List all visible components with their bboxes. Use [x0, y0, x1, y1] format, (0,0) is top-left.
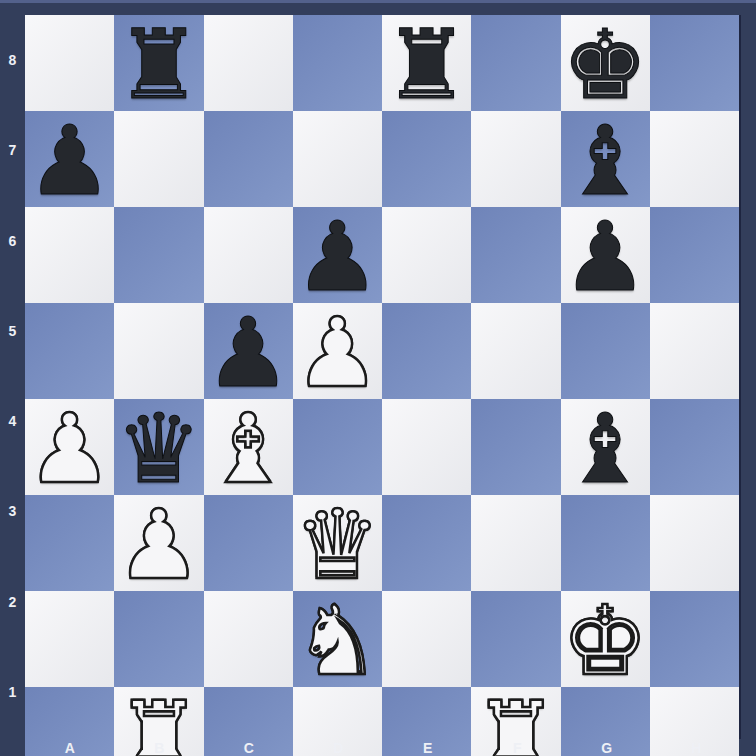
rank-label-5: 5 [0, 286, 25, 376]
square-g8[interactable]: ♚ [561, 15, 650, 111]
square-h3[interactable] [650, 495, 739, 591]
square-h6[interactable] [650, 207, 739, 303]
rank-label-6: 6 [0, 196, 25, 286]
square-d5[interactable]: ♟ [293, 303, 382, 399]
square-f2[interactable] [471, 591, 560, 687]
square-c3[interactable] [204, 495, 293, 591]
square-d8[interactable] [293, 15, 382, 111]
white-knight-d2-piece[interactable]: ♞ [294, 593, 380, 689]
black-rook-b8-piece[interactable]: ♜ [116, 17, 202, 113]
square-a2[interactable] [25, 591, 114, 687]
square-g7[interactable]: ♝ [561, 111, 650, 207]
board: ♜♜♚♟♝♟♟♟♟♟♛♝♝♟♛♞♚♜♜ [25, 15, 741, 739]
square-h4[interactable] [650, 399, 739, 495]
square-e4[interactable] [382, 399, 471, 495]
square-d6[interactable]: ♟ [293, 207, 382, 303]
rank-label-1: 1 [0, 647, 25, 737]
black-pawn-d6-piece[interactable]: ♟ [294, 209, 380, 305]
square-f3[interactable] [471, 495, 560, 591]
square-b3[interactable]: ♟ [114, 495, 203, 591]
square-f5[interactable] [471, 303, 560, 399]
square-b8[interactable]: ♜ [114, 15, 203, 111]
chess-board-frame: 87654321 ♜♜♚♟♝♟♟♟♟♟♛♝♝♟♛♞♚♜♜ ABCDEFGH [0, 0, 756, 756]
file-label-e: E [383, 739, 473, 756]
square-a7[interactable]: ♟ [25, 111, 114, 207]
file-label-b: B [115, 739, 205, 756]
square-g3[interactable] [561, 495, 650, 591]
square-e7[interactable] [382, 111, 471, 207]
square-f6[interactable] [471, 207, 560, 303]
rank-label-3: 3 [0, 466, 25, 556]
black-bishop-g4-piece[interactable]: ♝ [562, 401, 648, 497]
square-a3[interactable] [25, 495, 114, 591]
square-a5[interactable] [25, 303, 114, 399]
square-c6[interactable] [204, 207, 293, 303]
square-h7[interactable] [650, 111, 739, 207]
white-king-g2-piece[interactable]: ♚ [562, 593, 648, 689]
black-pawn-a7-piece[interactable]: ♟ [27, 113, 113, 209]
file-label-a: A [25, 739, 115, 756]
square-c8[interactable] [204, 15, 293, 111]
rank-labels: 87654321 [0, 15, 25, 737]
square-g6[interactable]: ♟ [561, 207, 650, 303]
black-queen-b4-piece[interactable]: ♛ [116, 401, 202, 497]
square-d2[interactable]: ♞ [293, 591, 382, 687]
square-e6[interactable] [382, 207, 471, 303]
white-pawn-b3-piece[interactable]: ♟ [116, 497, 202, 593]
square-e3[interactable] [382, 495, 471, 591]
frame-top-highlight [0, 0, 756, 3]
square-h2[interactable] [650, 591, 739, 687]
square-c7[interactable] [204, 111, 293, 207]
file-label-d: D [294, 739, 384, 756]
square-a6[interactable] [25, 207, 114, 303]
square-g4[interactable]: ♝ [561, 399, 650, 495]
rank-label-4: 4 [0, 376, 25, 466]
square-c5[interactable]: ♟ [204, 303, 293, 399]
black-pawn-g6-piece[interactable]: ♟ [562, 209, 648, 305]
white-queen-d3-piece[interactable]: ♛ [294, 497, 380, 593]
file-labels: ABCDEFGH [25, 739, 741, 756]
square-d3[interactable]: ♛ [293, 495, 382, 591]
square-a4[interactable]: ♟ [25, 399, 114, 495]
square-b7[interactable] [114, 111, 203, 207]
square-c4[interactable]: ♝ [204, 399, 293, 495]
black-rook-e8-piece[interactable]: ♜ [384, 17, 470, 113]
square-h8[interactable] [650, 15, 739, 111]
square-b2[interactable] [114, 591, 203, 687]
file-label-f: F [473, 739, 563, 756]
square-a8[interactable] [25, 15, 114, 111]
black-king-g8-piece[interactable]: ♚ [562, 17, 648, 113]
square-e8[interactable]: ♜ [382, 15, 471, 111]
rank-label-8: 8 [0, 15, 25, 105]
white-bishop-c4-piece[interactable]: ♝ [205, 401, 291, 497]
square-b5[interactable] [114, 303, 203, 399]
square-b6[interactable] [114, 207, 203, 303]
square-f4[interactable] [471, 399, 560, 495]
square-b4[interactable]: ♛ [114, 399, 203, 495]
white-pawn-d5-piece[interactable]: ♟ [294, 305, 380, 401]
square-d4[interactable] [293, 399, 382, 495]
file-label-c: C [204, 739, 294, 756]
square-f7[interactable] [471, 111, 560, 207]
square-c2[interactable] [204, 591, 293, 687]
file-label-g: G [562, 739, 652, 756]
black-bishop-g7-piece[interactable]: ♝ [562, 113, 648, 209]
rank-label-7: 7 [0, 105, 25, 195]
rank-label-2: 2 [0, 557, 25, 647]
square-g2[interactable]: ♚ [561, 591, 650, 687]
square-h5[interactable] [650, 303, 739, 399]
square-f8[interactable] [471, 15, 560, 111]
black-pawn-c5-piece[interactable]: ♟ [205, 305, 291, 401]
square-d7[interactable] [293, 111, 382, 207]
file-label-h: H [652, 739, 742, 756]
square-g5[interactable] [561, 303, 650, 399]
white-pawn-a4-piece[interactable]: ♟ [27, 401, 113, 497]
square-e5[interactable] [382, 303, 471, 399]
square-e2[interactable] [382, 591, 471, 687]
